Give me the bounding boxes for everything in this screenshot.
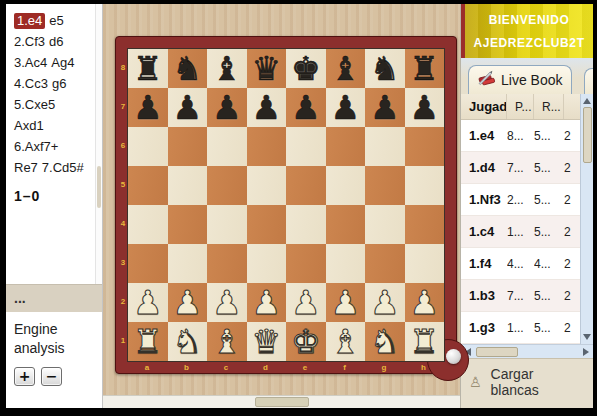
engine-section: Engine analysis + − (6, 312, 102, 408)
cell-value: 2 (564, 225, 573, 239)
square-g2[interactable]: ♟ (365, 283, 405, 322)
white-queen[interactable]: ♛ (251, 322, 281, 361)
square-a8[interactable]: ♜ (128, 49, 168, 88)
cell-value: 2 (564, 193, 573, 207)
black-pawn[interactable]: ♟ (251, 88, 281, 127)
square-g3[interactable] (365, 244, 405, 283)
move-token[interactable]: 2.Cf3 (14, 34, 45, 49)
file-label-b: b (182, 363, 192, 372)
square-d8[interactable]: ♛ (247, 49, 287, 88)
livebook-hscroll-thumb[interactable] (476, 347, 518, 357)
livebook-vscroll-thumb[interactable] (583, 107, 592, 163)
square-f4[interactable] (326, 205, 366, 244)
board-pane-scrollbar-thumb[interactable] (255, 397, 309, 407)
square-e2[interactable]: ♟ (286, 283, 326, 322)
cell-value: 4... (507, 257, 534, 271)
rank-label-5: 5 (119, 180, 127, 189)
cell-move: 1.c4 (461, 224, 507, 239)
scroll-up-arrow-icon[interactable] (583, 98, 591, 104)
move-token-selected[interactable]: 1.e4 (14, 13, 45, 29)
white-rook[interactable]: ♜ (133, 322, 163, 361)
livebook-row-1.d4[interactable]: 1.d47...5...2 (461, 152, 580, 184)
engine-analysis-label: Engine analysis (14, 320, 84, 358)
black-pawn[interactable]: ♟ (172, 88, 202, 127)
square-f2[interactable]: ♟ (326, 283, 366, 322)
move-token[interactable]: 3.Ac4 (14, 55, 47, 70)
livebook-row-1.Nf3[interactable]: 1.Nf32...5...2 (461, 184, 580, 216)
cell-move: 1.d4 (461, 160, 507, 175)
rank-label-1: 1 (119, 336, 127, 345)
square-d7[interactable]: ♟ (247, 88, 287, 127)
square-b6[interactable] (168, 127, 208, 166)
square-g5[interactable] (365, 166, 405, 205)
cell-value: 1... (507, 225, 534, 239)
square-d2[interactable]: ♟ (247, 283, 287, 322)
cell-value: 5... (534, 289, 564, 303)
square-h1[interactable]: ♜ (405, 322, 445, 361)
square-h3[interactable] (405, 244, 445, 283)
square-a4[interactable] (128, 205, 168, 244)
square-b4[interactable] (168, 205, 208, 244)
square-g4[interactable] (365, 205, 405, 244)
square-a3[interactable] (128, 244, 168, 283)
cell-value: 4... (534, 257, 564, 271)
cell-value: 2... (507, 193, 534, 207)
square-e6[interactable] (286, 127, 326, 166)
livebook-actions: ♙ Cargar blancas ♟ Cargar negras (461, 358, 593, 408)
file-label-d: d (261, 363, 271, 372)
square-g8[interactable]: ♞ (365, 49, 405, 88)
notation-scrollbar-thumb[interactable] (97, 166, 101, 208)
move-token[interactable]: Axd1 (14, 118, 44, 133)
livebook-header-row: JugadaP...R... (461, 94, 580, 120)
white-pawn[interactable]: ♟ (251, 283, 281, 322)
livebook-horizontal-scrollbar[interactable] (461, 344, 593, 358)
black-rook[interactable]: ♜ (133, 49, 163, 88)
more-button[interactable]: ... (6, 284, 102, 312)
square-a2[interactable]: ♟ (128, 283, 168, 322)
notation-panel: 1.e4e52.Cf3d63.Ac4Ag44.Cc3g65.Cxe5Axd16.… (6, 4, 103, 408)
livebook-row-1.e4[interactable]: 1.e48...5...2 (461, 120, 580, 152)
cell-value: 5... (534, 321, 564, 335)
move-token[interactable]: Re7 (14, 160, 38, 175)
square-e4[interactable] (286, 205, 326, 244)
move-token[interactable]: 4.Cc3 (14, 76, 48, 91)
cell-move: 1.Nf3 (461, 192, 507, 207)
cell-move: 1.e4 (461, 128, 507, 143)
move-token[interactable]: e5 (49, 13, 63, 28)
livebook-table: JugadaP...R... 1.e48...5...21.d47...5...… (461, 94, 593, 344)
scroll-down-arrow-icon[interactable] (583, 334, 591, 340)
file-label-g: g (379, 363, 389, 372)
square-b5[interactable] (168, 166, 208, 205)
square-c6[interactable] (207, 127, 247, 166)
black-pawn[interactable]: ♟ (291, 88, 321, 127)
tab-live-book-label: Live Book (501, 72, 562, 88)
white-pawn[interactable]: ♟ (370, 283, 400, 322)
cell-value: 5... (534, 161, 564, 175)
livebook-panel: BIENVENIDO AJEDREZCLUB2T Live Book (460, 4, 593, 408)
cell-value: 5... (534, 225, 564, 239)
live-book-icon (476, 70, 496, 89)
column-header[interactable]: Jugada (461, 94, 507, 119)
white-knight[interactable]: ♞ (370, 322, 400, 361)
move-token[interactable]: 5.Cxe5 (14, 97, 55, 112)
engine-minus-button[interactable]: − (41, 367, 62, 386)
wood-background: ♜♞♝♛♚♝♞♜♟♟♟♟♟♟♟♟♟♟♟♟♟♟♟♟♜♞♝♛♚♝♞♜ 8765432… (103, 4, 460, 395)
file-label-c: c (221, 363, 231, 372)
white-bishop[interactable]: ♝ (330, 322, 360, 361)
square-a6[interactable] (128, 127, 168, 166)
black-bishop[interactable]: ♝ (212, 49, 242, 88)
cell-value: 2 (564, 129, 573, 143)
cell-move: 1.b3 (461, 288, 507, 303)
square-d6[interactable] (247, 127, 287, 166)
white-to-move-ball[interactable] (446, 349, 461, 364)
square-c8[interactable]: ♝ (207, 49, 247, 88)
file-label-h: h (419, 363, 429, 372)
square-e3[interactable] (286, 244, 326, 283)
square-f3[interactable] (326, 244, 366, 283)
black-bishop[interactable]: ♝ (330, 49, 360, 88)
square-c2[interactable]: ♟ (207, 283, 247, 322)
cell-value: 2 (564, 321, 573, 335)
notation-scrollbar[interactable] (95, 4, 102, 284)
square-c5[interactable] (207, 166, 247, 205)
white-bishop[interactable]: ♝ (212, 322, 242, 361)
square-a5[interactable] (128, 166, 168, 205)
square-a7[interactable]: ♟ (128, 88, 168, 127)
square-h5[interactable] (405, 166, 445, 205)
move-token[interactable]: 7.Cd5# (42, 160, 84, 175)
square-f1[interactable]: ♝ (326, 322, 366, 361)
square-d1[interactable]: ♛ (247, 322, 287, 361)
chess-app-window: 1.e4e52.Cf3d63.Ac4Ag44.Cc3g65.Cxe5Axd16.… (0, 0, 597, 416)
file-label-e: e (300, 363, 310, 372)
cell-value: 2 (564, 161, 573, 175)
square-e5[interactable] (286, 166, 326, 205)
livebook-row-1.g3[interactable]: 1.g31...5...2 (461, 312, 580, 344)
square-f7[interactable]: ♟ (326, 88, 366, 127)
column-header[interactable]: P... (507, 94, 534, 119)
square-e8[interactable]: ♚ (286, 49, 326, 88)
cell-value: 2 (564, 289, 573, 303)
rank-label-6: 6 (119, 141, 127, 150)
square-h4[interactable] (405, 205, 445, 244)
tab-partial[interactable] (584, 68, 593, 94)
square-c3[interactable] (207, 244, 247, 283)
black-rook[interactable]: ♜ (409, 49, 439, 88)
cell-value: 7... (507, 289, 534, 303)
square-b7[interactable]: ♟ (168, 88, 208, 127)
white-pawn-icon: ♙ (469, 375, 482, 389)
square-g1[interactable]: ♞ (365, 322, 405, 361)
move-token[interactable]: Ag4 (51, 55, 74, 70)
cell-value: 5... (534, 129, 564, 143)
tab-live-book[interactable]: Live Book (468, 65, 572, 94)
black-knight[interactable]: ♞ (172, 49, 202, 88)
white-pawn[interactable]: ♟ (212, 283, 242, 322)
chess-board[interactable]: ♜♞♝♛♚♝♞♜♟♟♟♟♟♟♟♟♟♟♟♟♟♟♟♟♜♞♝♛♚♝♞♜ 8765432… (115, 36, 457, 374)
square-f8[interactable]: ♝ (326, 49, 366, 88)
black-king[interactable]: ♚ (291, 49, 321, 88)
move-list: 1.e4e52.Cf3d63.Ac4Ag44.Cc3g65.Cxe5Axd16.… (6, 4, 102, 284)
engine-plus-button[interactable]: + (14, 367, 35, 386)
square-b1[interactable]: ♞ (168, 322, 208, 361)
cell-value: 2 (564, 257, 573, 271)
square-a1[interactable]: ♜ (128, 322, 168, 361)
black-pawn[interactable]: ♟ (409, 88, 439, 127)
square-h2[interactable]: ♟ (405, 283, 445, 322)
square-d3[interactable] (247, 244, 287, 283)
welcome-banner: BIENVENIDO AJEDREZCLUB2T (461, 4, 593, 58)
black-pawn[interactable]: ♟ (212, 88, 242, 127)
square-h7[interactable]: ♟ (405, 88, 445, 127)
livebook-row-1.c4[interactable]: 1.c41...5...2 (461, 216, 580, 248)
white-knight[interactable]: ♞ (172, 322, 202, 361)
white-pawn[interactable]: ♟ (409, 283, 439, 322)
square-d4[interactable] (247, 205, 287, 244)
board-pane: ♜♞♝♛♚♝♞♜♟♟♟♟♟♟♟♟♟♟♟♟♟♟♟♟♜♞♝♛♚♝♞♜ 8765432… (103, 4, 460, 408)
column-header[interactable]: R... (534, 94, 564, 119)
rank-label-7: 7 (119, 102, 127, 111)
game-result: 1–0 (14, 188, 92, 204)
banner-line1: BIENVENIDO (489, 13, 570, 27)
square-d5[interactable] (247, 166, 287, 205)
cell-move: 1.g3 (461, 320, 507, 335)
move-token[interactable]: 6.Axf7+ (14, 139, 58, 154)
square-c1[interactable]: ♝ (207, 322, 247, 361)
square-f5[interactable] (326, 166, 366, 205)
black-pawn[interactable]: ♟ (370, 88, 400, 127)
square-c4[interactable] (207, 205, 247, 244)
white-pawn[interactable]: ♟ (330, 283, 360, 322)
black-pawn[interactable]: ♟ (133, 88, 163, 127)
black-pawn[interactable]: ♟ (330, 88, 360, 127)
white-pawn[interactable]: ♟ (172, 283, 202, 322)
square-e7[interactable]: ♟ (286, 88, 326, 127)
white-rook[interactable]: ♜ (409, 322, 439, 361)
livebook-vertical-scrollbar[interactable] (580, 94, 593, 344)
cell-value: 1... (507, 321, 534, 335)
move-token[interactable]: d6 (49, 34, 63, 49)
scroll-right-arrow-icon[interactable] (583, 348, 589, 356)
square-b8[interactable]: ♞ (168, 49, 208, 88)
move-token[interactable]: g6 (52, 76, 66, 91)
livebook-row-1.b3[interactable]: 1.b37...5...2 (461, 280, 580, 312)
rank-label-2: 2 (119, 297, 127, 306)
tab-bar: Live Book (461, 58, 593, 94)
square-f6[interactable] (326, 127, 366, 166)
cell-value: 5... (534, 193, 564, 207)
square-e1[interactable]: ♚ (286, 322, 326, 361)
file-label-a: a (142, 363, 152, 372)
rank-label-3: 3 (119, 258, 127, 267)
white-pawn[interactable]: ♟ (291, 283, 321, 322)
black-queen[interactable]: ♛ (251, 49, 281, 88)
square-b2[interactable]: ♟ (168, 283, 208, 322)
load-white-button[interactable]: ♙ Cargar blancas (469, 366, 585, 398)
square-b3[interactable] (168, 244, 208, 283)
cell-value: 8... (507, 129, 534, 143)
square-h6[interactable] (405, 127, 445, 166)
board-pane-scrollbar[interactable] (103, 395, 460, 408)
square-g7[interactable]: ♟ (365, 88, 405, 127)
square-c7[interactable]: ♟ (207, 88, 247, 127)
banner-line2: AJEDREZCLUB2T (473, 36, 584, 50)
cell-move: 1.f4 (461, 256, 507, 271)
square-h8[interactable]: ♜ (405, 49, 445, 88)
black-knight[interactable]: ♞ (370, 49, 400, 88)
livebook-row-1.f4[interactable]: 1.f44...4...2 (461, 248, 580, 280)
white-king[interactable]: ♚ (291, 322, 321, 361)
file-label-f: f (340, 363, 350, 372)
rank-label-8: 8 (119, 63, 127, 72)
rank-label-4: 4 (119, 219, 127, 228)
cell-value: 7... (507, 161, 534, 175)
square-g6[interactable] (365, 127, 405, 166)
load-white-label: Cargar blancas (491, 366, 585, 398)
white-pawn[interactable]: ♟ (133, 283, 163, 322)
